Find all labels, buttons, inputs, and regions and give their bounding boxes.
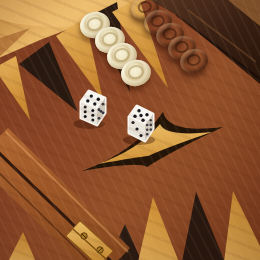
point-lower-2-tan xyxy=(138,197,179,260)
left-die xyxy=(81,91,105,125)
point-lower-3-dark xyxy=(182,192,225,260)
point-lower-4-tan xyxy=(224,191,260,260)
backgammon-board-photo xyxy=(0,0,260,260)
lower-points xyxy=(108,191,260,260)
right-die xyxy=(129,106,153,141)
board-graphic xyxy=(0,0,260,260)
corner-point-second-half xyxy=(8,232,36,260)
